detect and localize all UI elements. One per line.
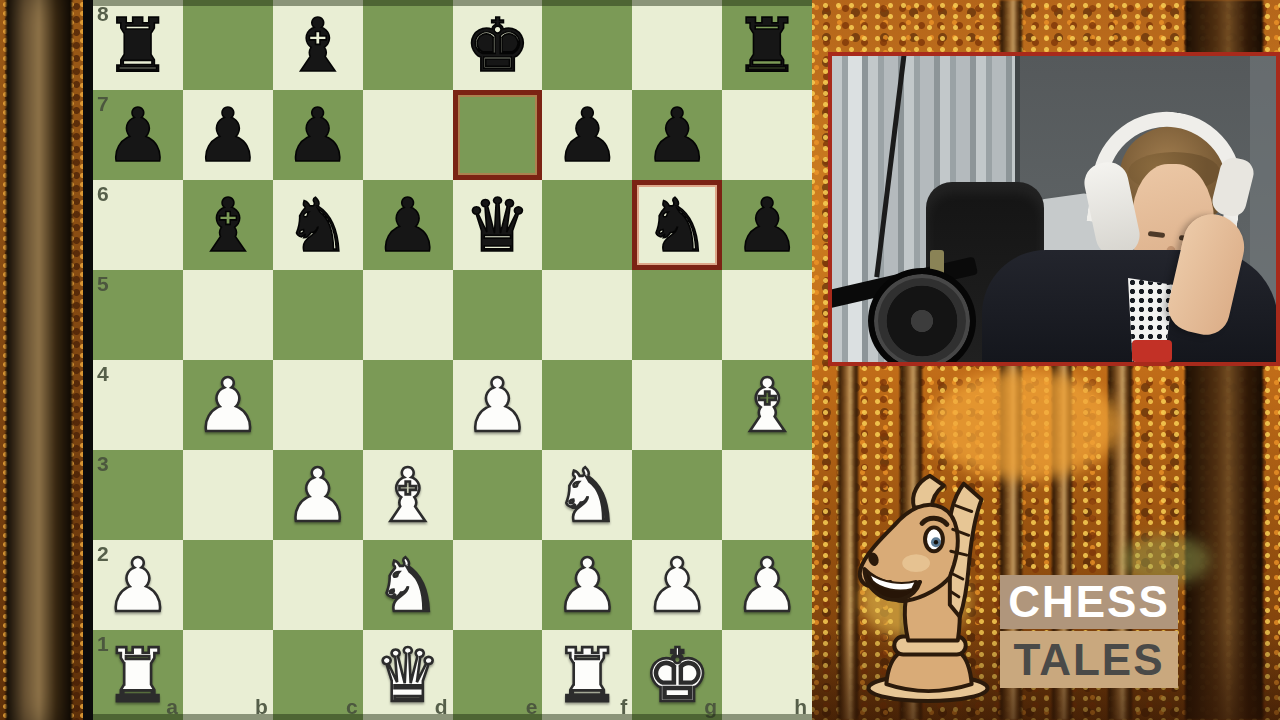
square-g8[interactable] — [632, 0, 722, 90]
curtain-highlight — [848, 56, 862, 362]
piece-white-pawn[interactable]: ♟ — [453, 360, 543, 450]
square-h3[interactable] — [722, 450, 812, 540]
rank-label-8: 8 — [97, 2, 109, 26]
file-label-a: a — [166, 695, 178, 719]
square-e2[interactable] — [453, 540, 543, 630]
microphone-icon — [868, 268, 976, 366]
file-label-b: b — [255, 695, 268, 719]
square-c8[interactable]: ♝ — [273, 0, 363, 90]
piece-white-pawn[interactable]: ♟ — [722, 540, 812, 630]
square-c1[interactable]: c — [273, 630, 363, 720]
piece-white-pawn[interactable]: ♟ — [273, 450, 363, 540]
square-h2[interactable]: ♟ — [722, 540, 812, 630]
square-h6[interactable]: ♟ — [722, 180, 812, 270]
square-d6[interactable]: ♟ — [363, 180, 453, 270]
piece-black-pawn[interactable]: ♟ — [632, 90, 722, 180]
square-f7[interactable]: ♟ — [542, 90, 632, 180]
left-forest-strip — [0, 0, 83, 720]
logo-chess-label: CHESS — [1008, 577, 1170, 627]
square-b4[interactable]: ♟ — [183, 360, 273, 450]
square-e8[interactable]: ♚ — [453, 0, 543, 90]
square-c6[interactable]: ♞ — [273, 180, 363, 270]
square-h4[interactable]: ♝ — [722, 360, 812, 450]
file-label-f: f — [620, 695, 627, 719]
square-g2[interactable]: ♟ — [632, 540, 722, 630]
square-f2[interactable]: ♟ — [542, 540, 632, 630]
square-b3[interactable] — [183, 450, 273, 540]
square-a3[interactable]: 3 — [93, 450, 183, 540]
piece-white-knight[interactable]: ♞ — [542, 450, 632, 540]
piece-black-queen[interactable]: ♛ — [453, 180, 543, 270]
square-e3[interactable] — [453, 450, 543, 540]
square-c3[interactable]: ♟ — [273, 450, 363, 540]
square-d1[interactable]: d♛ — [363, 630, 453, 720]
square-a6[interactable]: 6 — [93, 180, 183, 270]
piece-black-pawn[interactable]: ♟ — [363, 180, 453, 270]
square-g7[interactable]: ♟ — [632, 90, 722, 180]
piece-white-pawn[interactable]: ♟ — [542, 540, 632, 630]
red-undershirt — [1132, 340, 1172, 362]
square-a8[interactable]: 8♜ — [93, 0, 183, 90]
square-g4[interactable] — [632, 360, 722, 450]
square-b6[interactable]: ♝ — [183, 180, 273, 270]
square-a4[interactable]: 4 — [93, 360, 183, 450]
square-g3[interactable] — [632, 450, 722, 540]
square-h7[interactable] — [722, 90, 812, 180]
square-f8[interactable] — [542, 0, 632, 90]
rank-label-7: 7 — [97, 92, 109, 116]
square-h1[interactable]: h — [722, 630, 812, 720]
piece-black-pawn[interactable]: ♟ — [273, 90, 363, 180]
tree-trunk — [6, 0, 72, 720]
square-b5[interactable] — [183, 270, 273, 360]
square-e4[interactable]: ♟ — [453, 360, 543, 450]
piece-white-knight[interactable]: ♞ — [363, 540, 453, 630]
chess-tales-knight-mascot — [850, 448, 1010, 706]
black-divider-bar — [83, 0, 93, 720]
logo-text-chess: CHESS — [1000, 575, 1178, 629]
piece-black-pawn[interactable]: ♟ — [183, 90, 273, 180]
piece-black-rook[interactable]: ♜ — [722, 0, 812, 90]
square-e6[interactable]: ♛ — [453, 180, 543, 270]
rank-label-6: 6 — [97, 182, 109, 206]
piece-black-knight[interactable]: ♞ — [273, 180, 363, 270]
piece-white-pawn[interactable]: ♟ — [632, 540, 722, 630]
rank-label-1: 1 — [97, 632, 109, 656]
file-label-c: c — [346, 695, 358, 719]
square-h5[interactable] — [722, 270, 812, 360]
piece-white-bishop[interactable]: ♝ — [722, 360, 812, 450]
piece-white-rook[interactable]: ♜ — [542, 630, 632, 720]
square-g1[interactable]: g♚ — [632, 630, 722, 720]
square-d3[interactable]: ♝ — [363, 450, 453, 540]
square-a5[interactable]: 5 — [93, 270, 183, 360]
file-label-g: g — [704, 695, 717, 719]
square-f5[interactable] — [542, 270, 632, 360]
square-f1[interactable]: f♜ — [542, 630, 632, 720]
square-a2[interactable]: 2♟ — [93, 540, 183, 630]
file-label-h: h — [794, 695, 807, 719]
square-c5[interactable] — [273, 270, 363, 360]
rank-label-4: 4 — [97, 362, 109, 386]
file-label-e: e — [526, 695, 538, 719]
piece-black-king[interactable]: ♚ — [453, 0, 543, 90]
piece-white-pawn[interactable]: ♟ — [183, 360, 273, 450]
square-c7[interactable]: ♟ — [273, 90, 363, 180]
webcam-feed — [828, 52, 1280, 366]
rank-label-2: 2 — [97, 542, 109, 566]
square-f6[interactable] — [542, 180, 632, 270]
square-e7[interactable] — [453, 90, 543, 180]
square-f3[interactable]: ♞ — [542, 450, 632, 540]
square-e1[interactable]: e — [453, 630, 543, 720]
square-a7[interactable]: 7♟ — [93, 90, 183, 180]
square-b7[interactable]: ♟ — [183, 90, 273, 180]
square-a1[interactable]: 1a♜ — [93, 630, 183, 720]
piece-black-pawn[interactable]: ♟ — [722, 180, 812, 270]
logo-tales-label: TALES — [1014, 635, 1165, 685]
square-b2[interactable] — [183, 540, 273, 630]
rank-label-3: 3 — [97, 452, 109, 476]
piece-white-bishop[interactable]: ♝ — [363, 450, 453, 540]
square-d8[interactable] — [363, 0, 453, 90]
square-d5[interactable] — [363, 270, 453, 360]
square-d4[interactable] — [363, 360, 453, 450]
file-label-d: d — [435, 695, 448, 719]
square-h8[interactable]: ♜ — [722, 0, 812, 90]
square-e5[interactable] — [453, 270, 543, 360]
square-d2[interactable]: ♞ — [363, 540, 453, 630]
square-b1[interactable]: b — [183, 630, 273, 720]
square-f4[interactable] — [542, 360, 632, 450]
logo-text-tales: TALES — [1000, 631, 1178, 688]
piece-black-bishop[interactable]: ♝ — [273, 0, 363, 90]
square-b8[interactable] — [183, 0, 273, 90]
square-g6[interactable]: ♞ — [632, 180, 722, 270]
piece-black-bishop[interactable]: ♝ — [183, 180, 273, 270]
square-c4[interactable] — [273, 360, 363, 450]
chess-board: 8♜♝♚♜7♟♟♟♟♟6♝♞♟♛♞♟54♟♟♝3♟♝♞2♟♞♟♟♟1a♜bcd♛… — [93, 0, 812, 720]
square-g5[interactable] — [632, 270, 722, 360]
rank-label-5: 5 — [97, 272, 109, 296]
piece-black-knight[interactable]: ♞ — [632, 180, 722, 270]
piece-black-pawn[interactable]: ♟ — [542, 90, 632, 180]
square-c2[interactable] — [273, 540, 363, 630]
square-d7[interactable] — [363, 90, 453, 180]
